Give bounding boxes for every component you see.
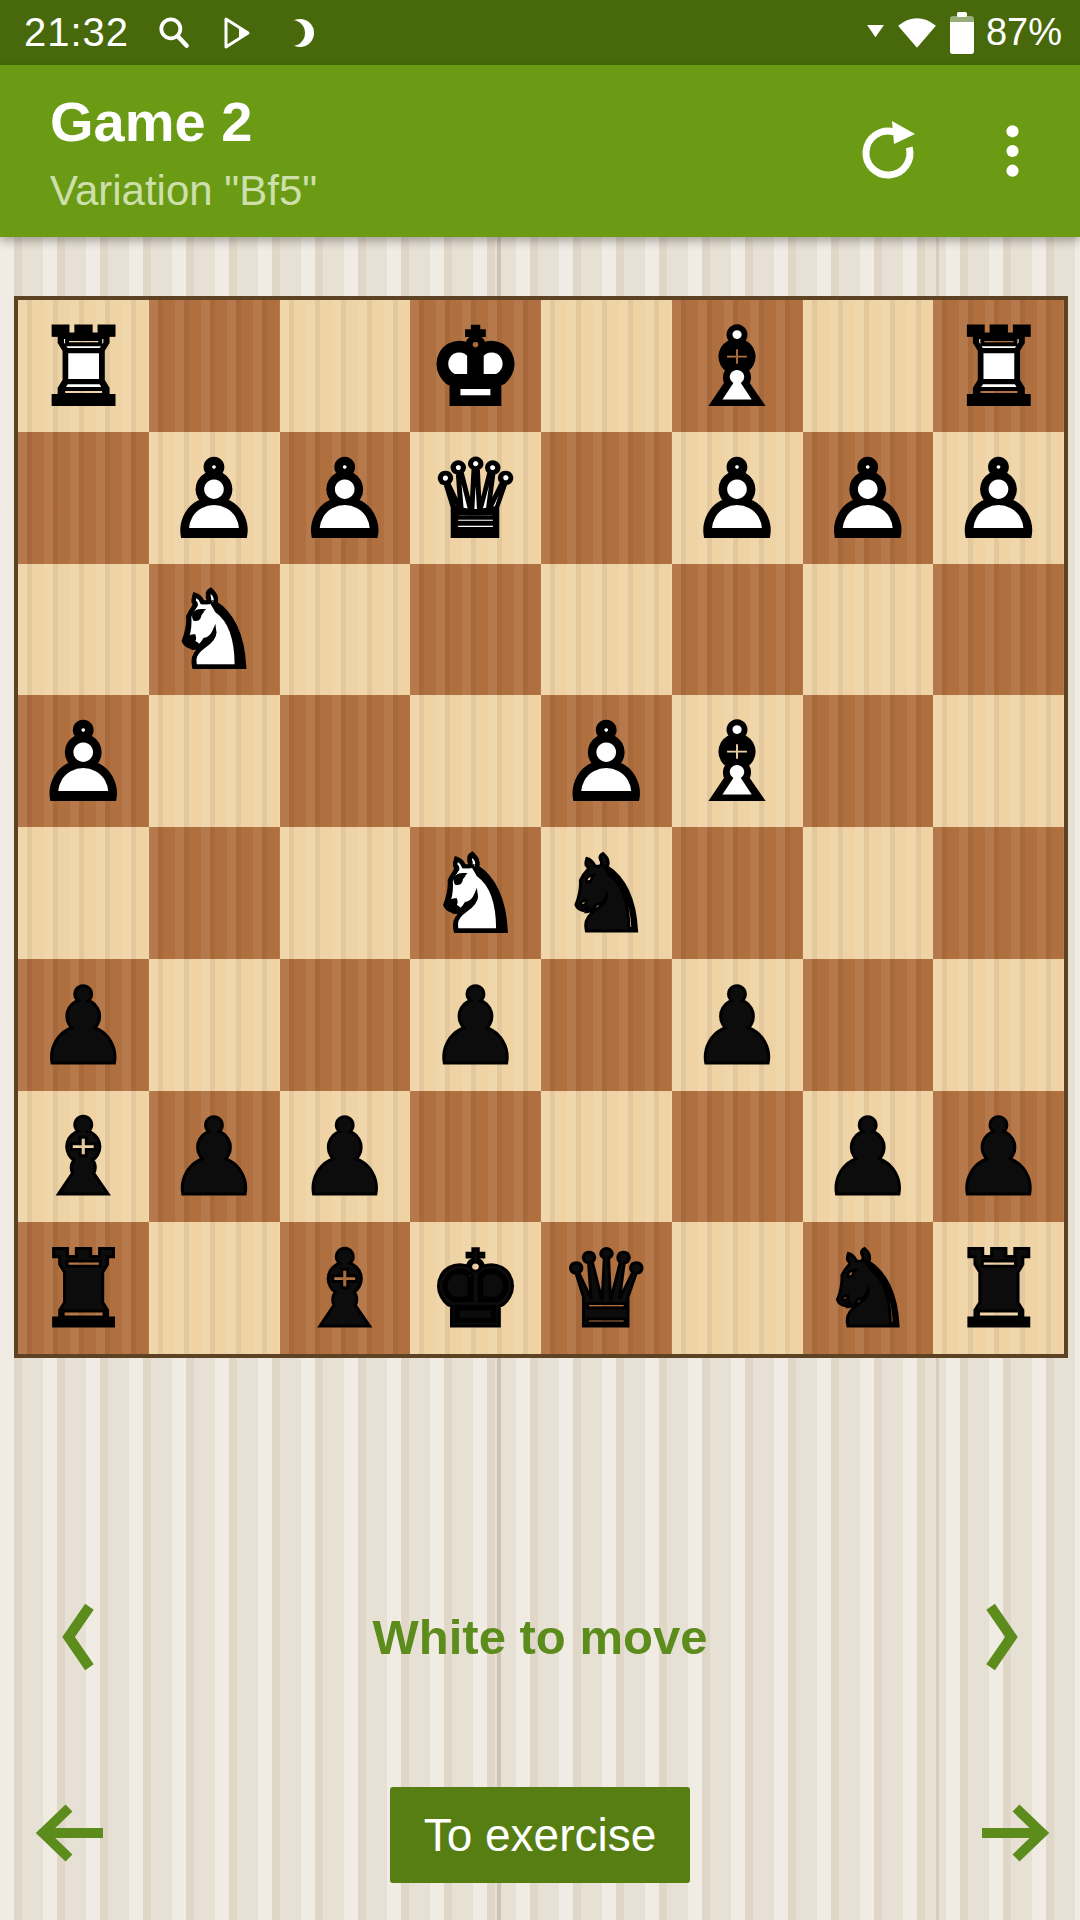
side-to-move-text: White to move (0, 1601, 1080, 1673)
square-c4[interactable]: ♝♗ (672, 695, 803, 827)
square-e7[interactable] (410, 1091, 541, 1223)
black-knight: ♞ (820, 1237, 915, 1343)
piece-outline-glyph: ♗ (690, 710, 785, 816)
white-queen: ♛♕ (428, 447, 523, 553)
black-queen: ♛ (559, 1237, 654, 1343)
piece-glyph: ♟ (36, 974, 131, 1080)
piece-outline-glyph: ♘ (428, 842, 523, 948)
network-triangle-icon (867, 25, 884, 40)
square-f7[interactable]: ♟ (280, 1091, 411, 1223)
overflow-menu-button[interactable] (990, 119, 1034, 183)
square-b3[interactable] (803, 564, 934, 696)
square-g7[interactable]: ♟ (149, 1091, 280, 1223)
square-g6[interactable] (149, 959, 280, 1091)
arrow-left-icon (31, 1800, 109, 1866)
square-e8[interactable]: ♚ (410, 1222, 541, 1354)
square-e5[interactable]: ♞♘ (410, 827, 541, 959)
piece-outline-glyph: ♔ (428, 315, 523, 421)
next-game-arrow-button[interactable] (976, 1800, 1054, 1866)
black-pawn: ♟ (690, 974, 785, 1080)
square-h6[interactable]: ♟ (18, 959, 149, 1091)
square-a6[interactable] (933, 959, 1064, 1091)
white-knight: ♞♘ (428, 842, 523, 948)
battery-percent: 87% (986, 11, 1062, 54)
piece-outline-glyph: ♖ (36, 315, 131, 421)
white-pawn: ♟♙ (167, 447, 262, 553)
piece-glyph: ♟ (820, 1105, 915, 1211)
arrow-right-icon (976, 1800, 1054, 1866)
search-icon (155, 14, 193, 52)
piece-glyph: ♞ (820, 1237, 915, 1343)
black-bishop: ♝ (36, 1105, 131, 1211)
battery-icon (950, 12, 974, 54)
square-d5[interactable]: ♞ (541, 827, 672, 959)
white-pawn: ♟♙ (559, 710, 654, 816)
square-b7[interactable]: ♟ (803, 1091, 934, 1223)
white-rook: ♜♖ (951, 315, 1046, 421)
square-g5[interactable] (149, 827, 280, 959)
refresh-button[interactable] (856, 119, 920, 183)
black-bishop: ♝ (297, 1237, 392, 1343)
piece-glyph: ♚ (428, 1237, 523, 1343)
square-a8[interactable]: ♜ (933, 1222, 1064, 1354)
black-pawn: ♟ (297, 1105, 392, 1211)
night-mode-icon (281, 15, 317, 51)
square-d1[interactable] (541, 300, 672, 432)
square-h3[interactable] (18, 564, 149, 696)
square-d6[interactable] (541, 959, 672, 1091)
square-g1[interactable] (149, 300, 280, 432)
white-knight: ♞♘ (167, 578, 262, 684)
square-c1[interactable]: ♝♗ (672, 300, 803, 432)
square-e6[interactable]: ♟ (410, 959, 541, 1091)
white-bishop: ♝♗ (690, 710, 785, 816)
square-d3[interactable] (541, 564, 672, 696)
previous-game-arrow-button[interactable] (31, 1800, 109, 1866)
square-d4[interactable]: ♟♙ (541, 695, 672, 827)
white-pawn: ♟♙ (951, 447, 1046, 553)
square-g4[interactable] (149, 695, 280, 827)
square-g8[interactable] (149, 1222, 280, 1354)
square-d8[interactable]: ♛ (541, 1222, 672, 1354)
page-subtitle: Variation "Bf5" (50, 167, 317, 215)
white-king: ♚♔ (428, 315, 523, 421)
square-h8[interactable]: ♜ (18, 1222, 149, 1354)
piece-outline-glyph: ♙ (951, 447, 1046, 553)
square-a5[interactable] (933, 827, 1064, 959)
chess-board: ♜♖♚♔♝♗♜♖♟♙♟♙♛♕♟♙♟♙♟♙♞♘♟♙♟♙♝♗♞♘♞♟♟♟♝♟♟♟♟♜… (14, 296, 1068, 1358)
square-h5[interactable] (18, 827, 149, 959)
square-g3[interactable]: ♞♘ (149, 564, 280, 696)
square-g2[interactable]: ♟♙ (149, 432, 280, 564)
app-bar: Game 2 Variation "Bf5" (0, 65, 1080, 237)
white-pawn: ♟♙ (297, 447, 392, 553)
square-c3[interactable] (672, 564, 803, 696)
status-clock: 21:32 (24, 10, 129, 55)
square-f8[interactable]: ♝ (280, 1222, 411, 1354)
refresh-icon (856, 119, 920, 183)
page-title: Game 2 (50, 89, 252, 154)
square-b1[interactable] (803, 300, 934, 432)
piece-glyph: ♝ (36, 1105, 131, 1211)
square-h7[interactable]: ♝ (18, 1091, 149, 1223)
overflow-menu-icon (1005, 119, 1020, 183)
piece-glyph: ♜ (951, 1237, 1046, 1343)
square-f3[interactable] (280, 564, 411, 696)
piece-glyph: ♟ (690, 974, 785, 1080)
square-f6[interactable] (280, 959, 411, 1091)
black-pawn: ♟ (428, 974, 523, 1080)
square-c6[interactable]: ♟ (672, 959, 803, 1091)
white-bishop: ♝♗ (690, 315, 785, 421)
square-e1[interactable]: ♚♔ (410, 300, 541, 432)
square-b2[interactable]: ♟♙ (803, 432, 934, 564)
square-a3[interactable] (933, 564, 1064, 696)
piece-outline-glyph: ♙ (167, 447, 262, 553)
status-right-cluster: 87% (867, 11, 1062, 54)
square-a2[interactable]: ♟♙ (933, 432, 1064, 564)
wifi-icon (896, 16, 938, 50)
white-pawn: ♟♙ (690, 447, 785, 553)
chevron-right-icon (982, 1601, 1020, 1673)
square-b5[interactable] (803, 827, 934, 959)
white-rook: ♜♖ (36, 315, 131, 421)
square-d7[interactable] (541, 1091, 672, 1223)
piece-outline-glyph: ♕ (428, 447, 523, 553)
square-a4[interactable] (933, 695, 1064, 827)
square-c7[interactable] (672, 1091, 803, 1223)
screen: 21:32 87% Game 2 Variation "Bf5" (0, 0, 1080, 1920)
black-knight: ♞ (559, 842, 654, 948)
square-c5[interactable] (672, 827, 803, 959)
piece-glyph: ♞ (559, 842, 654, 948)
square-b8[interactable]: ♞ (803, 1222, 934, 1354)
black-pawn: ♟ (951, 1105, 1046, 1211)
to-exercise-button[interactable]: To exercise (390, 1787, 690, 1883)
square-h2[interactable] (18, 432, 149, 564)
square-c8[interactable] (672, 1222, 803, 1354)
piece-outline-glyph: ♙ (297, 447, 392, 553)
white-pawn: ♟♙ (820, 447, 915, 553)
square-h1[interactable]: ♜♖ (18, 300, 149, 432)
black-king: ♚ (428, 1237, 523, 1343)
piece-glyph: ♟ (951, 1105, 1046, 1211)
move-indicator-row: White to move (0, 1601, 1080, 1673)
black-pawn: ♟ (167, 1105, 262, 1211)
piece-glyph: ♟ (297, 1105, 392, 1211)
square-e4[interactable] (410, 695, 541, 827)
square-e2[interactable]: ♛♕ (410, 432, 541, 564)
piece-outline-glyph: ♙ (690, 447, 785, 553)
piece-outline-glyph: ♙ (36, 710, 131, 816)
piece-glyph: ♟ (428, 974, 523, 1080)
square-f5[interactable] (280, 827, 411, 959)
square-a1[interactable]: ♜♖ (933, 300, 1064, 432)
square-b4[interactable] (803, 695, 934, 827)
status-bar: 21:32 87% (0, 0, 1080, 65)
square-d2[interactable] (541, 432, 672, 564)
piece-glyph: ♜ (36, 1237, 131, 1343)
next-move-chevron-button[interactable] (982, 1601, 1020, 1673)
piece-glyph: ♟ (167, 1105, 262, 1211)
piece-outline-glyph: ♘ (167, 578, 262, 684)
piece-outline-glyph: ♙ (820, 447, 915, 553)
black-pawn: ♟ (36, 974, 131, 1080)
black-rook: ♜ (36, 1237, 131, 1343)
square-e3[interactable] (410, 564, 541, 696)
square-f4[interactable] (280, 695, 411, 827)
piece-glyph: ♝ (297, 1237, 392, 1343)
square-b6[interactable] (803, 959, 934, 1091)
square-h4[interactable]: ♟♙ (18, 695, 149, 827)
piece-outline-glyph: ♖ (951, 315, 1046, 421)
black-rook: ♜ (951, 1237, 1046, 1343)
square-c2[interactable]: ♟♙ (672, 432, 803, 564)
black-pawn: ♟ (820, 1105, 915, 1211)
piece-outline-glyph: ♙ (559, 710, 654, 816)
piece-glyph: ♛ (559, 1237, 654, 1343)
piece-outline-glyph: ♗ (690, 315, 785, 421)
square-a7[interactable]: ♟ (933, 1091, 1064, 1223)
play-store-icon (219, 15, 255, 51)
square-f2[interactable]: ♟♙ (280, 432, 411, 564)
square-f1[interactable] (280, 300, 411, 432)
white-pawn: ♟♙ (36, 710, 131, 816)
